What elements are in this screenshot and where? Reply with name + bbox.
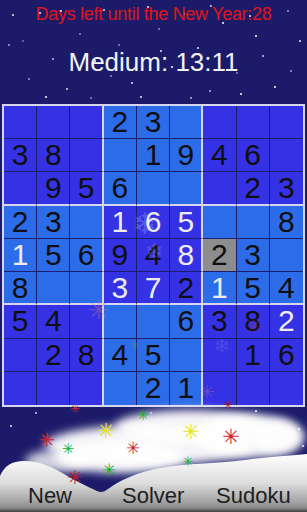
app-screen: Days left until the New Year:28 Medium: … (0, 0, 307, 512)
sudoku-cell[interactable]: 6 (104, 172, 137, 205)
sudoku-cell[interactable]: 6 (70, 239, 103, 272)
sudoku-cell[interactable] (270, 139, 303, 172)
sudoku-cell[interactable] (270, 239, 303, 272)
sudoku-cell[interactable] (270, 106, 303, 139)
sudoku-cell[interactable] (4, 339, 37, 372)
winter-scene: ✳✳✳✳✳✳✳✳✳✳✳✳ New Solver Sudoku (0, 408, 307, 512)
sudoku-cell[interactable] (270, 372, 303, 405)
sudoku-cell[interactable] (203, 339, 236, 372)
sudoku-cell[interactable] (203, 206, 236, 239)
sudoku-cell[interactable]: 4 (104, 339, 137, 372)
sudoku-cell[interactable] (237, 206, 270, 239)
sudoku-cell[interactable]: 3 (4, 139, 37, 172)
sudoku-cell[interactable]: 3 (37, 206, 70, 239)
sudoku-cell[interactable]: 5 (4, 305, 37, 338)
sudoku-cell[interactable] (70, 106, 103, 139)
sudoku-board: 2338194695623231658156948238372154546382… (2, 104, 305, 407)
sudoku-cell[interactable]: 9 (170, 139, 203, 172)
sudoku-cell[interactable]: 8 (270, 206, 303, 239)
sudoku-cell[interactable] (70, 206, 103, 239)
sudoku-cell[interactable] (37, 372, 70, 405)
snowflake-icon: ✳ (182, 422, 200, 443)
sudoku-cell[interactable] (137, 305, 170, 338)
snowflake-icon: ✳ (126, 440, 140, 457)
sudoku-cell[interactable] (70, 139, 103, 172)
new-button[interactable]: New (28, 483, 72, 509)
sudoku-cell[interactable]: 5 (170, 206, 203, 239)
sudoku-cell[interactable]: 9 (104, 239, 137, 272)
sudoku-cell[interactable] (170, 339, 203, 372)
sudoku-cell[interactable]: 1 (203, 272, 236, 305)
sudoku-cell[interactable]: 8 (237, 305, 270, 338)
sudoku-cell[interactable]: 5 (37, 239, 70, 272)
sudoku-cell[interactable]: 2 (203, 239, 236, 272)
sudoku-cell[interactable]: 2 (104, 106, 137, 139)
difficulty-timer: Medium: 13:11 (0, 47, 307, 78)
sudoku-cell[interactable] (104, 372, 137, 405)
sudoku-cell[interactable]: 7 (137, 272, 170, 305)
sudoku-cell[interactable] (237, 106, 270, 139)
sudoku-cell[interactable]: 6 (170, 305, 203, 338)
snowflake-icon: ✳ (70, 403, 80, 415)
sudoku-cell[interactable]: 3 (137, 106, 170, 139)
sudoku-button[interactable]: Sudoku (216, 483, 291, 509)
sudoku-cell[interactable]: 1 (237, 339, 270, 372)
sudoku-cell[interactable]: 5 (237, 272, 270, 305)
sudoku-cell[interactable] (70, 372, 103, 405)
snowflake-icon: ✳ (102, 462, 116, 479)
sudoku-cell[interactable]: 3 (203, 305, 236, 338)
sudoku-cell[interactable] (37, 272, 70, 305)
sudoku-cell[interactable] (137, 172, 170, 205)
sudoku-cell[interactable]: 2 (237, 172, 270, 205)
sudoku-cell[interactable]: 2 (170, 272, 203, 305)
sudoku-cell[interactable] (4, 106, 37, 139)
snowflake-icon: ✳ (222, 427, 240, 448)
sudoku-cell[interactable]: 3 (104, 272, 137, 305)
sudoku-cell[interactable]: 1 (4, 239, 37, 272)
sudoku-cell[interactable]: 4 (137, 239, 170, 272)
snowflake-icon: ✳ (39, 430, 56, 450)
sudoku-cell[interactable]: 8 (4, 272, 37, 305)
sudoku-cell[interactable]: 8 (70, 339, 103, 372)
sudoku-cell[interactable]: 2 (37, 339, 70, 372)
sudoku-cell[interactable]: 8 (170, 239, 203, 272)
sudoku-cell[interactable] (203, 172, 236, 205)
sudoku-cell[interactable]: 6 (270, 339, 303, 372)
sudoku-cell[interactable] (104, 305, 137, 338)
sudoku-cell[interactable]: 1 (104, 206, 137, 239)
snowflake-icon: ✳ (97, 421, 115, 442)
snowflake-icon: ✳ (223, 399, 233, 411)
sudoku-cell[interactable] (104, 139, 137, 172)
sudoku-cell[interactable] (37, 106, 70, 139)
sudoku-cell[interactable]: 6 (137, 206, 170, 239)
sudoku-cell[interactable]: 9 (37, 172, 70, 205)
sudoku-cell[interactable]: 2 (137, 372, 170, 405)
snowflake-icon: ✳ (137, 408, 149, 422)
sudoku-cell[interactable]: 2 (270, 305, 303, 338)
snowflake-icon: ✳ (183, 455, 194, 468)
sudoku-cell[interactable]: 3 (270, 172, 303, 205)
sudoku-cell[interactable]: 8 (37, 139, 70, 172)
sudoku-cell[interactable] (203, 106, 236, 139)
sudoku-cell[interactable] (4, 372, 37, 405)
countdown-text: Days left until the New Year:28 (0, 4, 307, 25)
sudoku-cell[interactable]: 2 (4, 206, 37, 239)
solver-button[interactable]: Solver (122, 483, 184, 509)
sudoku-cell[interactable] (4, 172, 37, 205)
sudoku-cell[interactable]: 4 (203, 139, 236, 172)
sudoku-cell[interactable] (70, 272, 103, 305)
sudoku-cell[interactable] (170, 172, 203, 205)
sudoku-cell[interactable]: 6 (237, 139, 270, 172)
sudoku-cell[interactable]: 5 (137, 339, 170, 372)
sudoku-cell[interactable] (70, 305, 103, 338)
snowflake-icon: ✳ (62, 442, 75, 457)
sudoku-cell[interactable]: 1 (137, 139, 170, 172)
sudoku-cell[interactable]: 5 (70, 172, 103, 205)
sudoku-cell[interactable] (237, 372, 270, 405)
sudoku-cell[interactable]: 3 (237, 239, 270, 272)
sudoku-cell[interactable] (170, 106, 203, 139)
sudoku-cell[interactable]: 4 (270, 272, 303, 305)
sudoku-cell[interactable]: 1 (170, 372, 203, 405)
sudoku-cell[interactable]: 4 (37, 305, 70, 338)
